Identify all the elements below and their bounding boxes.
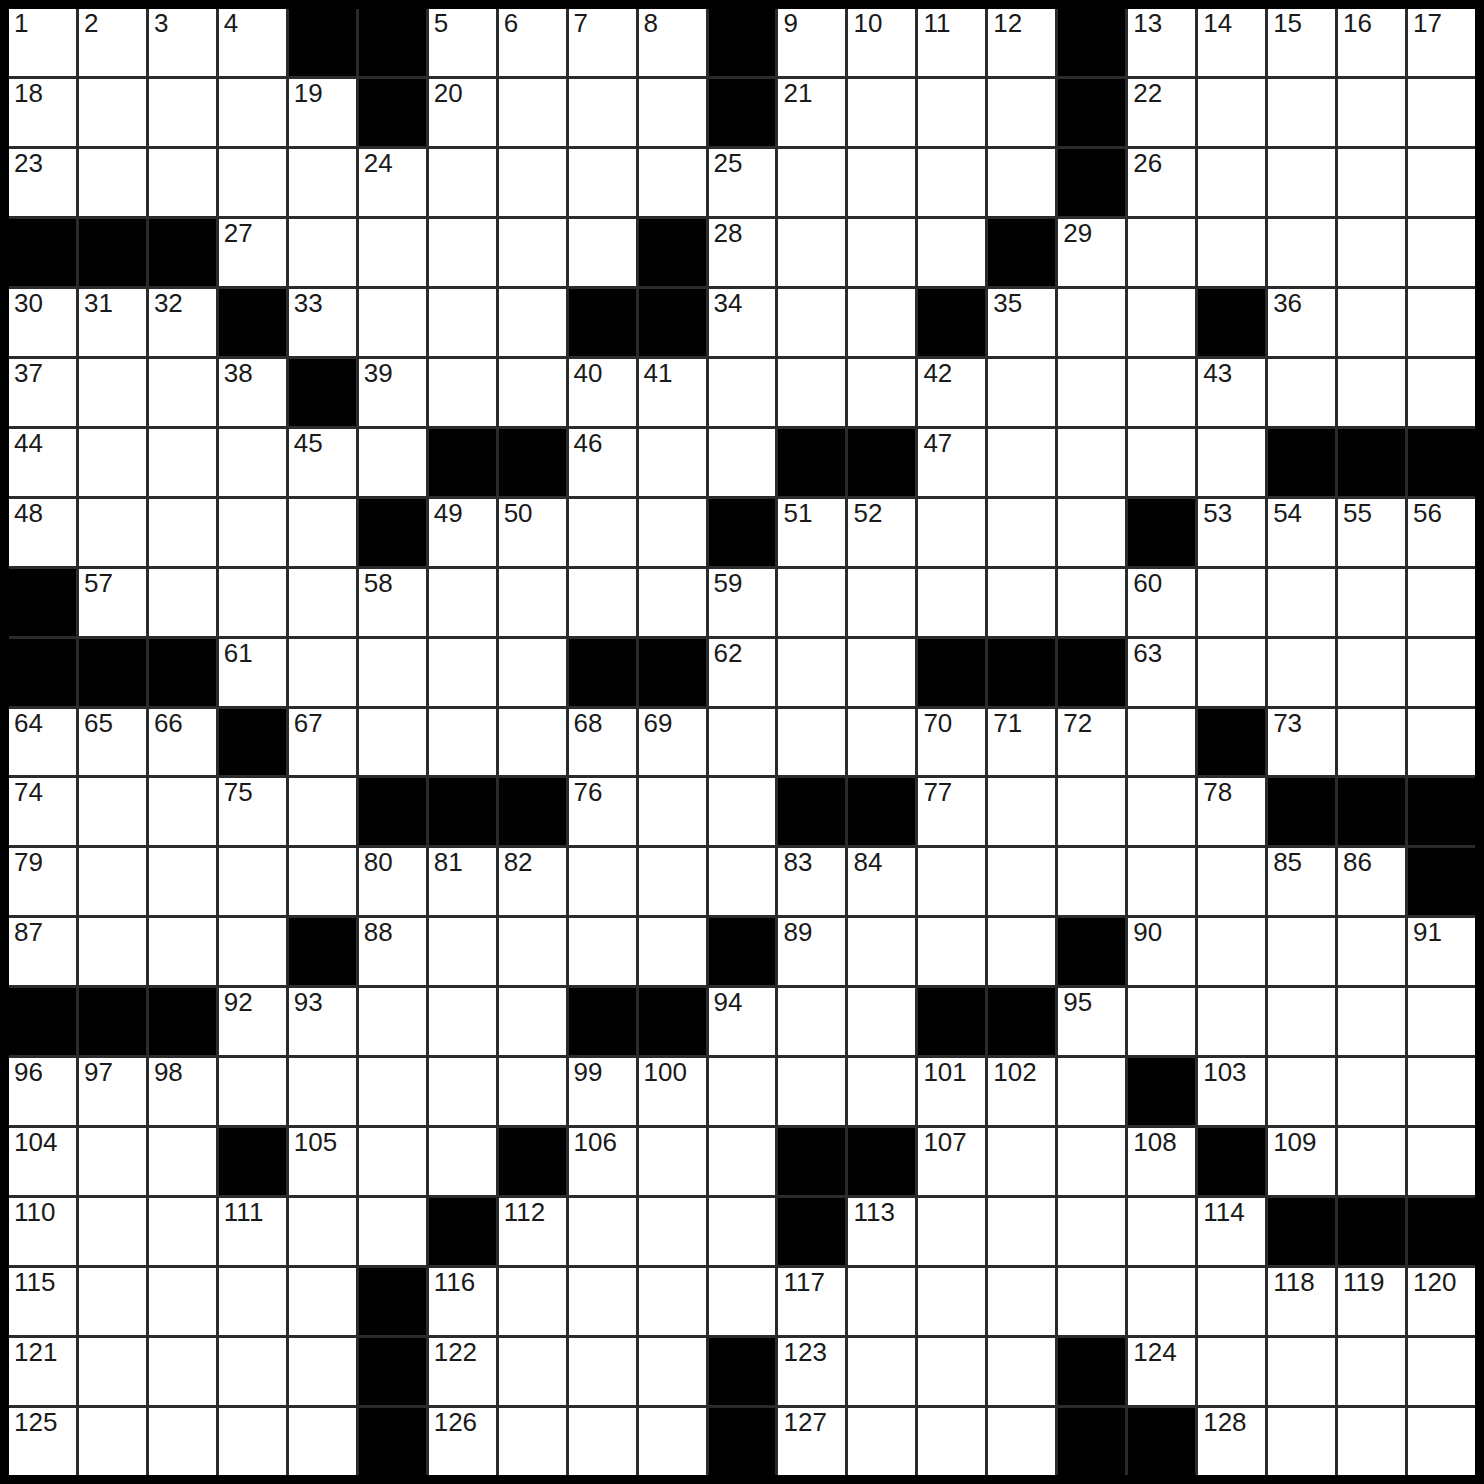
- cell-r12c4[interactable]: 75: [219, 778, 286, 845]
- cell-r5c8[interactable]: [499, 289, 566, 356]
- cell-r2c18[interactable]: [1198, 79, 1265, 146]
- cell-r14c9[interactable]: [569, 918, 636, 985]
- cell-r20c4[interactable]: [219, 1338, 286, 1405]
- cell-r18c2[interactable]: [79, 1198, 146, 1265]
- cell-r3c1[interactable]: 23: [9, 149, 76, 216]
- cell-r16c18[interactable]: 103: [1198, 1058, 1265, 1125]
- cell-r7c6[interactable]: [359, 429, 426, 496]
- cell-r5c20[interactable]: [1338, 289, 1405, 356]
- cell-r16c1[interactable]: 96: [9, 1058, 76, 1125]
- cell-r10c5[interactable]: [289, 639, 356, 706]
- cell-r18c17[interactable]: [1128, 1198, 1195, 1265]
- cell-r19c13[interactable]: [848, 1268, 915, 1335]
- cell-r21c10[interactable]: [639, 1408, 706, 1475]
- cell-r6c12[interactable]: [778, 359, 845, 426]
- cell-r19c15[interactable]: [988, 1268, 1055, 1335]
- cell-r13c7[interactable]: 81: [429, 848, 496, 915]
- cell-r8c14[interactable]: [918, 499, 985, 566]
- cell-r3c13[interactable]: [848, 149, 915, 216]
- cell-r2c5[interactable]: 19: [289, 79, 356, 146]
- cell-r1c8[interactable]: 6: [499, 9, 566, 76]
- cell-r14c6[interactable]: 88: [359, 918, 426, 985]
- cell-r4c18[interactable]: [1198, 219, 1265, 286]
- cell-r9c20[interactable]: [1338, 569, 1405, 636]
- cell-r4c4[interactable]: 27: [219, 219, 286, 286]
- cell-r11c19[interactable]: 73: [1268, 709, 1335, 776]
- cell-r4c8[interactable]: [499, 219, 566, 286]
- cell-r13c12[interactable]: 83: [778, 848, 845, 915]
- cell-r13c15[interactable]: [988, 848, 1055, 915]
- cell-r20c7[interactable]: 122: [429, 1338, 496, 1405]
- cell-r21c5[interactable]: [289, 1408, 356, 1475]
- cell-r10c11[interactable]: 62: [709, 639, 776, 706]
- cell-r18c9[interactable]: [569, 1198, 636, 1265]
- cell-r21c1[interactable]: 125: [9, 1408, 76, 1475]
- cell-r6c9[interactable]: 40: [569, 359, 636, 426]
- cell-r20c3[interactable]: [149, 1338, 216, 1405]
- cell-r12c11[interactable]: [709, 778, 776, 845]
- cell-r2c13[interactable]: [848, 79, 915, 146]
- cell-r18c1[interactable]: 110: [9, 1198, 76, 1265]
- cell-r19c2[interactable]: [79, 1268, 146, 1335]
- cell-r17c5[interactable]: 105: [289, 1128, 356, 1195]
- cell-r3c9[interactable]: [569, 149, 636, 216]
- cell-r6c18[interactable]: 43: [1198, 359, 1265, 426]
- cell-r5c2[interactable]: 31: [79, 289, 146, 356]
- cell-r19c18[interactable]: [1198, 1268, 1265, 1335]
- cell-r16c4[interactable]: [219, 1058, 286, 1125]
- cell-r21c9[interactable]: [569, 1408, 636, 1475]
- cell-r2c9[interactable]: [569, 79, 636, 146]
- cell-r14c1[interactable]: 87: [9, 918, 76, 985]
- cell-r6c11[interactable]: [709, 359, 776, 426]
- cell-r16c20[interactable]: [1338, 1058, 1405, 1125]
- cell-r15c18[interactable]: [1198, 988, 1265, 1055]
- cell-r20c20[interactable]: [1338, 1338, 1405, 1405]
- cell-r1c18[interactable]: 14: [1198, 9, 1265, 76]
- cell-r8c18[interactable]: 53: [1198, 499, 1265, 566]
- cell-r17c20[interactable]: [1338, 1128, 1405, 1195]
- cell-r6c6[interactable]: 39: [359, 359, 426, 426]
- cell-r21c19[interactable]: [1268, 1408, 1335, 1475]
- cell-r11c13[interactable]: [848, 709, 915, 776]
- cell-r20c1[interactable]: 121: [9, 1338, 76, 1405]
- cell-r3c2[interactable]: [79, 149, 146, 216]
- cell-r5c11[interactable]: 34: [709, 289, 776, 356]
- cell-r7c11[interactable]: [709, 429, 776, 496]
- cell-r3c3[interactable]: [149, 149, 216, 216]
- cell-r1c13[interactable]: 10: [848, 9, 915, 76]
- cell-r9c15[interactable]: [988, 569, 1055, 636]
- cell-r19c20[interactable]: 119: [1338, 1268, 1405, 1335]
- cell-r21c15[interactable]: [988, 1408, 1055, 1475]
- cell-r10c21[interactable]: [1408, 639, 1475, 706]
- cell-r5c16[interactable]: [1058, 289, 1125, 356]
- cell-r14c13[interactable]: [848, 918, 915, 985]
- cell-r4c17[interactable]: [1128, 219, 1195, 286]
- cell-r7c10[interactable]: [639, 429, 706, 496]
- cell-r8c8[interactable]: 50: [499, 499, 566, 566]
- cell-r8c5[interactable]: [289, 499, 356, 566]
- cell-r3c11[interactable]: 25: [709, 149, 776, 216]
- cell-r11c11[interactable]: [709, 709, 776, 776]
- cell-r15c17[interactable]: [1128, 988, 1195, 1055]
- cell-r6c3[interactable]: [149, 359, 216, 426]
- cell-r5c17[interactable]: [1128, 289, 1195, 356]
- cell-r17c2[interactable]: [79, 1128, 146, 1195]
- cell-r14c4[interactable]: [219, 918, 286, 985]
- cell-r16c12[interactable]: [778, 1058, 845, 1125]
- cell-r13c4[interactable]: [219, 848, 286, 915]
- cell-r2c17[interactable]: 22: [1128, 79, 1195, 146]
- cell-r4c6[interactable]: [359, 219, 426, 286]
- cell-r11c16[interactable]: 72: [1058, 709, 1125, 776]
- cell-r11c21[interactable]: [1408, 709, 1475, 776]
- cell-r18c13[interactable]: 113: [848, 1198, 915, 1265]
- cell-r17c17[interactable]: 108: [1128, 1128, 1195, 1195]
- cell-r5c6[interactable]: [359, 289, 426, 356]
- cell-r5c19[interactable]: 36: [1268, 289, 1335, 356]
- cell-r11c14[interactable]: 70: [918, 709, 985, 776]
- cell-r19c17[interactable]: [1128, 1268, 1195, 1335]
- cell-r21c4[interactable]: [219, 1408, 286, 1475]
- cell-r13c11[interactable]: [709, 848, 776, 915]
- cell-r5c21[interactable]: [1408, 289, 1475, 356]
- cell-r2c10[interactable]: [639, 79, 706, 146]
- cell-r3c17[interactable]: 26: [1128, 149, 1195, 216]
- cell-r7c2[interactable]: [79, 429, 146, 496]
- cell-r11c12[interactable]: [778, 709, 845, 776]
- cell-r3c12[interactable]: [778, 149, 845, 216]
- cell-r9c2[interactable]: 57: [79, 569, 146, 636]
- cell-r10c12[interactable]: [778, 639, 845, 706]
- cell-r19c21[interactable]: 120: [1408, 1268, 1475, 1335]
- cell-r1c12[interactable]: 9: [778, 9, 845, 76]
- cell-r14c7[interactable]: [429, 918, 496, 985]
- cell-r16c6[interactable]: [359, 1058, 426, 1125]
- cell-r6c14[interactable]: 42: [918, 359, 985, 426]
- cell-r19c8[interactable]: [499, 1268, 566, 1335]
- cell-r19c7[interactable]: 116: [429, 1268, 496, 1335]
- cell-r14c20[interactable]: [1338, 918, 1405, 985]
- cell-r7c4[interactable]: [219, 429, 286, 496]
- cell-r17c16[interactable]: [1058, 1128, 1125, 1195]
- cell-r2c8[interactable]: [499, 79, 566, 146]
- cell-r8c12[interactable]: 51: [778, 499, 845, 566]
- cell-r4c11[interactable]: 28: [709, 219, 776, 286]
- cell-r5c5[interactable]: 33: [289, 289, 356, 356]
- cell-r14c14[interactable]: [918, 918, 985, 985]
- cell-r1c15[interactable]: 12: [988, 9, 1055, 76]
- cell-r16c7[interactable]: [429, 1058, 496, 1125]
- cell-r9c17[interactable]: 60: [1128, 569, 1195, 636]
- cell-r13c18[interactable]: [1198, 848, 1265, 915]
- cell-r12c3[interactable]: [149, 778, 216, 845]
- cell-r15c13[interactable]: [848, 988, 915, 1055]
- cell-r16c9[interactable]: 99: [569, 1058, 636, 1125]
- cell-r21c7[interactable]: 126: [429, 1408, 496, 1475]
- cell-r15c19[interactable]: [1268, 988, 1335, 1055]
- cell-r1c3[interactable]: 3: [149, 9, 216, 76]
- cell-r17c9[interactable]: 106: [569, 1128, 636, 1195]
- cell-r21c12[interactable]: 127: [778, 1408, 845, 1475]
- cell-r15c8[interactable]: [499, 988, 566, 1055]
- cell-r17c19[interactable]: 109: [1268, 1128, 1335, 1195]
- cell-r18c3[interactable]: [149, 1198, 216, 1265]
- cell-r9c10[interactable]: [639, 569, 706, 636]
- cell-r20c21[interactable]: [1408, 1338, 1475, 1405]
- cell-r10c4[interactable]: 61: [219, 639, 286, 706]
- cell-r9c9[interactable]: [569, 569, 636, 636]
- cell-r15c21[interactable]: [1408, 988, 1475, 1055]
- cell-r13c13[interactable]: 84: [848, 848, 915, 915]
- cell-r12c9[interactable]: 76: [569, 778, 636, 845]
- cell-r13c17[interactable]: [1128, 848, 1195, 915]
- cell-r3c19[interactable]: [1268, 149, 1335, 216]
- cell-r13c16[interactable]: [1058, 848, 1125, 915]
- cell-r6c17[interactable]: [1128, 359, 1195, 426]
- cell-r17c3[interactable]: [149, 1128, 216, 1195]
- cell-r20c5[interactable]: [289, 1338, 356, 1405]
- cell-r11c10[interactable]: 69: [639, 709, 706, 776]
- cell-r11c8[interactable]: [499, 709, 566, 776]
- cell-r16c19[interactable]: [1268, 1058, 1335, 1125]
- cell-r3c4[interactable]: [219, 149, 286, 216]
- cell-r16c8[interactable]: [499, 1058, 566, 1125]
- cell-r7c14[interactable]: 47: [918, 429, 985, 496]
- cell-r1c1[interactable]: 1: [9, 9, 76, 76]
- cell-r5c15[interactable]: 35: [988, 289, 1055, 356]
- cell-r4c14[interactable]: [918, 219, 985, 286]
- cell-r9c21[interactable]: [1408, 569, 1475, 636]
- cell-r6c1[interactable]: 37: [9, 359, 76, 426]
- cell-r20c9[interactable]: [569, 1338, 636, 1405]
- cell-r12c10[interactable]: [639, 778, 706, 845]
- cell-r13c10[interactable]: [639, 848, 706, 915]
- cell-r18c5[interactable]: [289, 1198, 356, 1265]
- cell-r7c9[interactable]: 46: [569, 429, 636, 496]
- cell-r6c13[interactable]: [848, 359, 915, 426]
- cell-r3c14[interactable]: [918, 149, 985, 216]
- cell-r19c5[interactable]: [289, 1268, 356, 1335]
- cell-r10c19[interactable]: [1268, 639, 1335, 706]
- cell-r3c8[interactable]: [499, 149, 566, 216]
- cell-r6c8[interactable]: [499, 359, 566, 426]
- cell-r1c19[interactable]: 15: [1268, 9, 1335, 76]
- cell-r7c5[interactable]: 45: [289, 429, 356, 496]
- cell-r20c12[interactable]: 123: [778, 1338, 845, 1405]
- cell-r5c13[interactable]: [848, 289, 915, 356]
- cell-r18c18[interactable]: 114: [1198, 1198, 1265, 1265]
- cell-r8c7[interactable]: 49: [429, 499, 496, 566]
- cell-r19c3[interactable]: [149, 1268, 216, 1335]
- cell-r16c14[interactable]: 101: [918, 1058, 985, 1125]
- cell-r18c8[interactable]: 112: [499, 1198, 566, 1265]
- cell-r3c21[interactable]: [1408, 149, 1475, 216]
- cell-r6c15[interactable]: [988, 359, 1055, 426]
- cell-r13c1[interactable]: 79: [9, 848, 76, 915]
- cell-r19c11[interactable]: [709, 1268, 776, 1335]
- cell-r4c12[interactable]: [778, 219, 845, 286]
- cell-r8c3[interactable]: [149, 499, 216, 566]
- cell-r6c10[interactable]: 41: [639, 359, 706, 426]
- cell-r21c21[interactable]: [1408, 1408, 1475, 1475]
- cell-r5c3[interactable]: 32: [149, 289, 216, 356]
- cell-r14c21[interactable]: 91: [1408, 918, 1475, 985]
- cell-r16c3[interactable]: 98: [149, 1058, 216, 1125]
- cell-r12c14[interactable]: 77: [918, 778, 985, 845]
- cell-r12c5[interactable]: [289, 778, 356, 845]
- cell-r11c5[interactable]: 67: [289, 709, 356, 776]
- cell-r17c14[interactable]: 107: [918, 1128, 985, 1195]
- cell-r4c9[interactable]: [569, 219, 636, 286]
- cell-r19c4[interactable]: [219, 1268, 286, 1335]
- cell-r13c6[interactable]: 80: [359, 848, 426, 915]
- cell-r18c15[interactable]: [988, 1198, 1055, 1265]
- cell-r8c15[interactable]: [988, 499, 1055, 566]
- cell-r5c12[interactable]: [778, 289, 845, 356]
- cell-r1c10[interactable]: 8: [639, 9, 706, 76]
- cell-r6c19[interactable]: [1268, 359, 1335, 426]
- cell-r7c3[interactable]: [149, 429, 216, 496]
- cell-r8c1[interactable]: 48: [9, 499, 76, 566]
- cell-r1c7[interactable]: 5: [429, 9, 496, 76]
- cell-r10c6[interactable]: [359, 639, 426, 706]
- cell-r3c10[interactable]: [639, 149, 706, 216]
- cell-r12c18[interactable]: 78: [1198, 778, 1265, 845]
- cell-r2c12[interactable]: 21: [778, 79, 845, 146]
- cell-r9c4[interactable]: [219, 569, 286, 636]
- cell-r11c7[interactable]: [429, 709, 496, 776]
- cell-r8c21[interactable]: 56: [1408, 499, 1475, 566]
- cell-r11c3[interactable]: 66: [149, 709, 216, 776]
- cell-r3c7[interactable]: [429, 149, 496, 216]
- cell-r4c16[interactable]: 29: [1058, 219, 1125, 286]
- cell-r1c20[interactable]: 16: [1338, 9, 1405, 76]
- cell-r10c13[interactable]: [848, 639, 915, 706]
- cell-r9c8[interactable]: [499, 569, 566, 636]
- cell-r11c17[interactable]: [1128, 709, 1195, 776]
- cell-r14c3[interactable]: [149, 918, 216, 985]
- cell-r5c7[interactable]: [429, 289, 496, 356]
- cell-r14c19[interactable]: [1268, 918, 1335, 985]
- cell-r8c13[interactable]: 52: [848, 499, 915, 566]
- cell-r9c19[interactable]: [1268, 569, 1335, 636]
- cell-r18c16[interactable]: [1058, 1198, 1125, 1265]
- cell-r18c11[interactable]: [709, 1198, 776, 1265]
- cell-r6c16[interactable]: [1058, 359, 1125, 426]
- cell-r11c15[interactable]: 71: [988, 709, 1055, 776]
- cell-r8c9[interactable]: [569, 499, 636, 566]
- cell-r13c2[interactable]: [79, 848, 146, 915]
- cell-r1c21[interactable]: 17: [1408, 9, 1475, 76]
- cell-r4c21[interactable]: [1408, 219, 1475, 286]
- cell-r4c5[interactable]: [289, 219, 356, 286]
- cell-r17c10[interactable]: [639, 1128, 706, 1195]
- cell-r14c8[interactable]: [499, 918, 566, 985]
- cell-r2c19[interactable]: [1268, 79, 1335, 146]
- cell-r10c7[interactable]: [429, 639, 496, 706]
- cell-r21c14[interactable]: [918, 1408, 985, 1475]
- cell-r16c10[interactable]: 100: [639, 1058, 706, 1125]
- cell-r7c1[interactable]: 44: [9, 429, 76, 496]
- cell-r17c11[interactable]: [709, 1128, 776, 1195]
- cell-r6c7[interactable]: [429, 359, 496, 426]
- cell-r20c18[interactable]: [1198, 1338, 1265, 1405]
- cell-r20c17[interactable]: 124: [1128, 1338, 1195, 1405]
- cell-r19c10[interactable]: [639, 1268, 706, 1335]
- cell-r14c17[interactable]: 90: [1128, 918, 1195, 985]
- cell-r4c7[interactable]: [429, 219, 496, 286]
- cell-r6c4[interactable]: 38: [219, 359, 286, 426]
- cell-r2c4[interactable]: [219, 79, 286, 146]
- cell-r21c18[interactable]: 128: [1198, 1408, 1265, 1475]
- cell-r2c21[interactable]: [1408, 79, 1475, 146]
- cell-r13c9[interactable]: [569, 848, 636, 915]
- cell-r15c6[interactable]: [359, 988, 426, 1055]
- cell-r15c20[interactable]: [1338, 988, 1405, 1055]
- cell-r16c21[interactable]: [1408, 1058, 1475, 1125]
- cell-r10c18[interactable]: [1198, 639, 1265, 706]
- cell-r14c15[interactable]: [988, 918, 1055, 985]
- cell-r17c6[interactable]: [359, 1128, 426, 1195]
- cell-r10c8[interactable]: [499, 639, 566, 706]
- cell-r20c13[interactable]: [848, 1338, 915, 1405]
- cell-r20c2[interactable]: [79, 1338, 146, 1405]
- cell-r21c8[interactable]: [499, 1408, 566, 1475]
- cell-r18c6[interactable]: [359, 1198, 426, 1265]
- cell-r1c14[interactable]: 11: [918, 9, 985, 76]
- cell-r2c3[interactable]: [149, 79, 216, 146]
- cell-r16c11[interactable]: [709, 1058, 776, 1125]
- cell-r11c2[interactable]: 65: [79, 709, 146, 776]
- cell-r7c18[interactable]: [1198, 429, 1265, 496]
- cell-r21c13[interactable]: [848, 1408, 915, 1475]
- cell-r15c12[interactable]: [778, 988, 845, 1055]
- cell-r12c15[interactable]: [988, 778, 1055, 845]
- cell-r9c18[interactable]: [1198, 569, 1265, 636]
- cell-r13c20[interactable]: 86: [1338, 848, 1405, 915]
- cell-r18c4[interactable]: 111: [219, 1198, 286, 1265]
- cell-r2c14[interactable]: [918, 79, 985, 146]
- cell-r1c4[interactable]: 4: [219, 9, 286, 76]
- cell-r16c5[interactable]: [289, 1058, 356, 1125]
- cell-r16c16[interactable]: [1058, 1058, 1125, 1125]
- cell-r8c19[interactable]: 54: [1268, 499, 1335, 566]
- cell-r19c14[interactable]: [918, 1268, 985, 1335]
- cell-r8c4[interactable]: [219, 499, 286, 566]
- cell-r6c20[interactable]: [1338, 359, 1405, 426]
- cell-r11c9[interactable]: 68: [569, 709, 636, 776]
- cell-r1c9[interactable]: 7: [569, 9, 636, 76]
- cell-r21c20[interactable]: [1338, 1408, 1405, 1475]
- cell-r12c17[interactable]: [1128, 778, 1195, 845]
- cell-r19c12[interactable]: 117: [778, 1268, 845, 1335]
- cell-r9c3[interactable]: [149, 569, 216, 636]
- cell-r16c2[interactable]: 97: [79, 1058, 146, 1125]
- cell-r2c2[interactable]: [79, 79, 146, 146]
- cell-r1c2[interactable]: 2: [79, 9, 146, 76]
- cell-r5c1[interactable]: 30: [9, 289, 76, 356]
- cell-r9c13[interactable]: [848, 569, 915, 636]
- cell-r17c7[interactable]: [429, 1128, 496, 1195]
- cell-r2c20[interactable]: [1338, 79, 1405, 146]
- cell-r15c16[interactable]: 95: [1058, 988, 1125, 1055]
- cell-r12c16[interactable]: [1058, 778, 1125, 845]
- cell-r6c21[interactable]: [1408, 359, 1475, 426]
- cell-r4c20[interactable]: [1338, 219, 1405, 286]
- cell-r13c19[interactable]: 85: [1268, 848, 1335, 915]
